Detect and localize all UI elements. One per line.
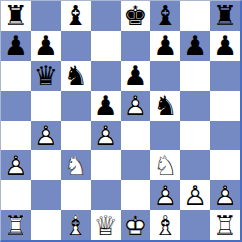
black-queen-piece[interactable]: ♛ xyxy=(31,61,61,91)
square-g5[interactable] xyxy=(180,91,210,121)
square-f4[interactable] xyxy=(150,121,180,151)
white-piece-outline-layer: ♙ xyxy=(1,150,31,180)
square-b2[interactable] xyxy=(31,180,61,210)
white-pawn-piece[interactable]: ♟♙ xyxy=(150,180,180,210)
square-c6[interactable]: ♞ xyxy=(61,61,91,91)
square-c3[interactable]: ♞♘ xyxy=(61,150,91,180)
square-c2[interactable] xyxy=(61,180,91,210)
white-pawn-piece[interactable]: ♟♙ xyxy=(180,180,210,210)
chess-board: ♜♝♚♝♜♟♟♟♟♟♛♞♟♟♟♙♞♟♙♟♙♟♙♞♘♞♘♟♙♟♙♟♙♜♖♝♗♛♕♚… xyxy=(0,0,242,242)
square-e3[interactable] xyxy=(121,150,151,180)
square-g2[interactable]: ♟♙ xyxy=(180,180,210,210)
square-d1[interactable]: ♛♕ xyxy=(91,210,121,240)
square-e7[interactable] xyxy=(121,31,151,61)
square-d3[interactable] xyxy=(91,150,121,180)
white-pawn-piece[interactable]: ♟♙ xyxy=(1,150,31,180)
white-piece-outline-layer: ♙ xyxy=(180,180,210,210)
square-c8[interactable]: ♝ xyxy=(61,1,91,31)
square-a1[interactable]: ♜♖ xyxy=(1,210,31,240)
square-g3[interactable] xyxy=(180,150,210,180)
square-d8[interactable] xyxy=(91,1,121,31)
square-f1[interactable]: ♝♗ xyxy=(150,210,180,240)
white-piece-outline-layer: ♖ xyxy=(1,210,31,240)
square-h3[interactable] xyxy=(210,150,240,180)
white-rook-piece[interactable]: ♜♖ xyxy=(210,210,240,240)
square-d6[interactable] xyxy=(91,61,121,91)
square-b7[interactable]: ♟ xyxy=(31,31,61,61)
square-a5[interactable] xyxy=(1,91,31,121)
black-pawn-piece[interactable]: ♟ xyxy=(91,91,121,121)
square-g8[interactable] xyxy=(180,1,210,31)
square-a2[interactable] xyxy=(1,180,31,210)
white-bishop-piece[interactable]: ♝♗ xyxy=(61,210,91,240)
square-a8[interactable]: ♜ xyxy=(1,1,31,31)
black-pawn-piece[interactable]: ♟ xyxy=(150,31,180,61)
square-b6[interactable]: ♛ xyxy=(31,61,61,91)
black-pawn-piece[interactable]: ♟ xyxy=(210,31,240,61)
square-e1[interactable]: ♚♔ xyxy=(121,210,151,240)
white-piece-outline-layer: ♖ xyxy=(210,210,240,240)
square-f6[interactable] xyxy=(150,61,180,91)
white-piece-outline-layer: ♗ xyxy=(61,210,91,240)
square-a7[interactable]: ♟ xyxy=(1,31,31,61)
white-pawn-piece[interactable]: ♟♙ xyxy=(91,121,121,151)
black-pawn-piece[interactable]: ♟ xyxy=(121,61,151,91)
black-bishop-piece[interactable]: ♝ xyxy=(61,1,91,31)
square-a4[interactable] xyxy=(1,121,31,151)
square-c5[interactable] xyxy=(61,91,91,121)
square-d7[interactable] xyxy=(91,31,121,61)
white-queen-piece[interactable]: ♛♕ xyxy=(91,210,121,240)
black-knight-piece[interactable]: ♞ xyxy=(150,91,180,121)
white-piece-outline-layer: ♙ xyxy=(210,180,240,210)
square-f3[interactable]: ♞♘ xyxy=(150,150,180,180)
black-knight-piece[interactable]: ♞ xyxy=(61,61,91,91)
square-h4[interactable] xyxy=(210,121,240,151)
white-piece-outline-layer: ♔ xyxy=(121,210,151,240)
white-piece-outline-layer: ♙ xyxy=(150,180,180,210)
square-c1[interactable]: ♝♗ xyxy=(61,210,91,240)
white-pawn-piece[interactable]: ♟♙ xyxy=(121,91,151,121)
black-pawn-piece[interactable]: ♟ xyxy=(1,31,31,61)
square-c7[interactable] xyxy=(61,31,91,61)
white-knight-piece[interactable]: ♞♘ xyxy=(61,150,91,180)
square-d5[interactable]: ♟ xyxy=(91,91,121,121)
square-g7[interactable]: ♟ xyxy=(180,31,210,61)
white-piece-outline-layer: ♙ xyxy=(121,91,151,121)
white-rook-piece[interactable]: ♜♖ xyxy=(1,210,31,240)
white-piece-outline-layer: ♙ xyxy=(31,121,61,151)
white-piece-outline-layer: ♕ xyxy=(91,210,121,240)
black-pawn-piece[interactable]: ♟ xyxy=(180,31,210,61)
square-h7[interactable]: ♟ xyxy=(210,31,240,61)
square-f8[interactable]: ♝ xyxy=(150,1,180,31)
square-h1[interactable]: ♜♖ xyxy=(210,210,240,240)
white-pawn-piece[interactable]: ♟♙ xyxy=(210,180,240,210)
square-g6[interactable] xyxy=(180,61,210,91)
square-a6[interactable] xyxy=(1,61,31,91)
square-e8[interactable]: ♚ xyxy=(121,1,151,31)
square-b5[interactable] xyxy=(31,91,61,121)
square-h6[interactable] xyxy=(210,61,240,91)
square-e5[interactable]: ♟♙ xyxy=(121,91,151,121)
white-piece-outline-layer: ♗ xyxy=(150,210,180,240)
black-rook-piece[interactable]: ♜ xyxy=(210,1,240,31)
square-g1[interactable] xyxy=(180,210,210,240)
square-d4[interactable]: ♟♙ xyxy=(91,121,121,151)
square-h8[interactable]: ♜ xyxy=(210,1,240,31)
white-piece-outline-layer: ♘ xyxy=(61,150,91,180)
square-e4[interactable] xyxy=(121,121,151,151)
square-b1[interactable] xyxy=(31,210,61,240)
square-h2[interactable]: ♟♙ xyxy=(210,180,240,210)
square-g4[interactable] xyxy=(180,121,210,151)
white-piece-outline-layer: ♙ xyxy=(91,121,121,151)
black-bishop-piece[interactable]: ♝ xyxy=(150,1,180,31)
square-f5[interactable]: ♞ xyxy=(150,91,180,121)
square-e2[interactable] xyxy=(121,180,151,210)
square-a3[interactable]: ♟♙ xyxy=(1,150,31,180)
white-piece-outline-layer: ♘ xyxy=(150,150,180,180)
black-pawn-piece[interactable]: ♟ xyxy=(31,31,61,61)
white-bishop-piece[interactable]: ♝♗ xyxy=(150,210,180,240)
white-knight-piece[interactable]: ♞♘ xyxy=(150,150,180,180)
square-b3[interactable] xyxy=(31,150,61,180)
square-f2[interactable]: ♟♙ xyxy=(150,180,180,210)
square-c4[interactable] xyxy=(61,121,91,151)
white-king-piece[interactable]: ♚♔ xyxy=(121,210,151,240)
square-e6[interactable]: ♟ xyxy=(121,61,151,91)
square-h5[interactable] xyxy=(210,91,240,121)
square-d2[interactable] xyxy=(91,180,121,210)
white-pawn-piece[interactable]: ♟♙ xyxy=(31,121,61,151)
square-f7[interactable]: ♟ xyxy=(150,31,180,61)
black-rook-piece[interactable]: ♜ xyxy=(1,1,31,31)
square-b8[interactable] xyxy=(31,1,61,31)
square-b4[interactable]: ♟♙ xyxy=(31,121,61,151)
black-king-piece[interactable]: ♚ xyxy=(121,1,151,31)
